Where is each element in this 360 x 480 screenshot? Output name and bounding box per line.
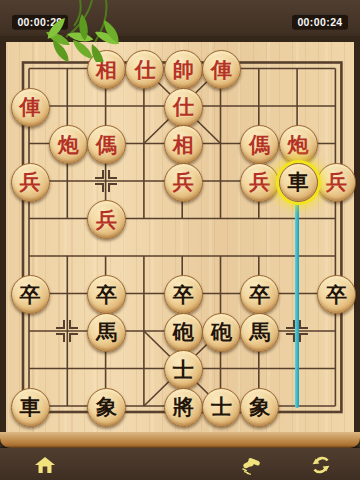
point-marker xyxy=(94,169,118,193)
piece-red-cannon[interactable]: 炮 xyxy=(279,125,318,164)
piece-black-elephant[interactable]: 象 xyxy=(87,388,126,427)
home-icon xyxy=(34,455,56,475)
piece-red-soldier[interactable]: 兵 xyxy=(240,163,279,202)
piece-red-elephant[interactable]: 相 xyxy=(87,50,126,89)
piece-red-advisor[interactable]: 仕 xyxy=(164,88,203,127)
point-marker xyxy=(55,319,79,343)
board-bevel xyxy=(0,432,360,448)
piece-black-chariot[interactable]: 車 xyxy=(279,163,318,202)
piece-black-soldier[interactable]: 卒 xyxy=(164,275,203,314)
piece-red-soldier[interactable]: 兵 xyxy=(317,163,356,202)
piece-black-horse[interactable]: 馬 xyxy=(240,313,279,352)
piece-red-chariot[interactable]: 俥 xyxy=(11,88,50,127)
top-bar: 00:00:29 00:00:24 xyxy=(0,0,360,36)
move-trail xyxy=(295,198,299,408)
restart-icon xyxy=(310,455,332,475)
red-timer: 00:00:29 xyxy=(12,14,68,29)
piece-black-cannon[interactable]: 砲 xyxy=(164,313,203,352)
piece-black-chariot[interactable]: 車 xyxy=(11,388,50,427)
piece-black-cannon[interactable]: 砲 xyxy=(202,313,241,352)
black-timer: 00:00:24 xyxy=(292,14,348,29)
bottom-bar xyxy=(0,448,360,480)
draw-offer-button[interactable] xyxy=(232,452,270,478)
xiangqi-app: 00:00:29 00:00:24 相仕帥俥俥仕炮傌相傌炮兵兵兵兵兵車卒卒卒卒卒… xyxy=(0,0,360,480)
piece-red-soldier[interactable]: 兵 xyxy=(164,163,203,202)
piece-black-soldier[interactable]: 卒 xyxy=(317,275,356,314)
piece-red-soldier[interactable]: 兵 xyxy=(11,163,50,202)
piece-red-soldier[interactable]: 兵 xyxy=(87,200,126,239)
home-button[interactable] xyxy=(26,452,64,478)
piece-red-cannon[interactable]: 炮 xyxy=(49,125,88,164)
piece-red-horse[interactable]: 傌 xyxy=(87,125,126,164)
piece-red-elephant[interactable]: 相 xyxy=(164,125,203,164)
piece-black-general[interactable]: 將 xyxy=(164,388,203,427)
handshake-icon xyxy=(239,454,263,476)
restart-button[interactable] xyxy=(302,452,340,478)
piece-black-soldier[interactable]: 卒 xyxy=(11,275,50,314)
piece-black-horse[interactable]: 馬 xyxy=(87,313,126,352)
piece-black-soldier[interactable]: 卒 xyxy=(87,275,126,314)
piece-red-chariot[interactable]: 俥 xyxy=(202,50,241,89)
piece-black-elephant[interactable]: 象 xyxy=(240,388,279,427)
point-marker xyxy=(285,319,309,343)
piece-black-advisor[interactable]: 士 xyxy=(164,350,203,389)
piece-red-general[interactable]: 帥 xyxy=(164,50,203,89)
piece-black-advisor[interactable]: 士 xyxy=(202,388,241,427)
